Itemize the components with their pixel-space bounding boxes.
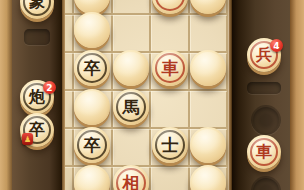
piece-character: 車 (152, 50, 188, 86)
piece-character: 相 (113, 165, 149, 190)
right-wood-frame (290, 0, 304, 190)
piece-車[interactable]: 車 (152, 50, 188, 86)
piece-卒[interactable]: 卒 (74, 50, 110, 86)
empty-slot (247, 82, 281, 94)
face-down-piece[interactable] (190, 50, 226, 86)
face-down-piece[interactable] (74, 12, 110, 48)
captured-piece-車[interactable]: 車 (247, 135, 281, 169)
piece-卒[interactable]: 卒 (74, 127, 110, 163)
piece-character: 卒 (74, 127, 110, 163)
piece-red-cutoff[interactable] (152, 0, 188, 14)
piece-士[interactable]: 士 (152, 127, 188, 163)
face-down-piece[interactable] (74, 165, 110, 190)
empty-slot (251, 176, 281, 190)
banqi-board[interactable]: 卒車馬卒士相 (62, 0, 232, 190)
grid-line (188, 0, 190, 190)
game-screen: 象炮2卒♟ 兵4車 卒車馬卒士相 (0, 0, 304, 190)
piece-馬[interactable]: 馬 (113, 89, 149, 125)
capture-count-badge: 4 (270, 39, 283, 52)
captured-piece-象[interactable]: 象 (20, 0, 54, 19)
board-left-edge (62, 0, 65, 190)
special-mark-badge: ♟ (22, 133, 33, 145)
piece-ring (155, 0, 185, 11)
face-down-piece[interactable] (190, 0, 226, 14)
grid-line (226, 0, 228, 190)
piece-character: 士 (152, 127, 188, 163)
empty-slot (24, 29, 50, 45)
face-down-piece[interactable] (74, 89, 110, 125)
captured-red-tray: 兵4車 (232, 0, 290, 190)
piece-character: 車 (247, 135, 281, 169)
face-down-piece[interactable] (190, 127, 226, 163)
capture-count-badge: 2 (43, 81, 56, 94)
empty-slot (251, 105, 281, 135)
left-wood-frame (0, 0, 12, 190)
piece-character: 卒 (74, 50, 110, 86)
grid-line (149, 0, 151, 190)
piece-character: 馬 (113, 89, 149, 125)
face-down-piece[interactable] (190, 165, 226, 190)
captured-black-tray: 象炮2卒♟ (12, 0, 62, 190)
piece-相[interactable]: 相 (113, 165, 149, 190)
face-down-piece[interactable] (113, 50, 149, 86)
piece-character: 象 (20, 0, 54, 19)
